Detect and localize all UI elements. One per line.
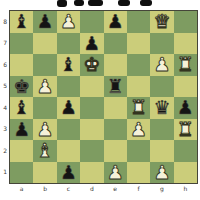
white-pawn-piece[interactable]: ♟ (37, 119, 54, 138)
square-d5[interactable] (80, 76, 103, 98)
square-b4[interactable] (33, 97, 56, 119)
black-rook-piece[interactable]: ♜ (107, 76, 124, 95)
black-pawn-piece[interactable]: ♟ (13, 119, 30, 138)
file-label-a: a (10, 186, 33, 198)
square-b3[interactable]: ♟ (33, 119, 56, 141)
square-a6[interactable] (10, 54, 33, 76)
square-h5[interactable] (174, 76, 197, 98)
square-f4[interactable]: ♜ (127, 97, 150, 119)
captured-piece-stub-1 (57, 0, 67, 7)
square-h6[interactable]: ♜ (174, 54, 197, 76)
square-h4[interactable]: ♟ (174, 97, 197, 119)
square-a1[interactable] (10, 162, 33, 184)
black-pawn-piece[interactable]: ♟ (107, 12, 124, 31)
square-c5[interactable] (57, 76, 80, 98)
square-e2[interactable] (104, 140, 127, 162)
file-labels: abcdefgh (10, 186, 197, 198)
white-queen-piece[interactable]: ♛ (153, 12, 170, 31)
square-a2[interactable] (10, 140, 33, 162)
square-b5[interactable]: ♟ (33, 76, 56, 98)
square-f2[interactable] (127, 140, 150, 162)
square-g5[interactable] (150, 76, 173, 98)
white-pawn-piece[interactable]: ♟ (60, 12, 77, 31)
captured-piece-stub-4 (118, 0, 130, 6)
black-pawn-piece[interactable]: ♟ (60, 162, 77, 181)
square-a7[interactable] (10, 33, 33, 55)
captured-pieces-tray (0, 0, 200, 9)
square-e7[interactable] (104, 33, 127, 55)
square-a3[interactable]: ♟ (10, 119, 33, 141)
captured-piece-stub-3 (88, 0, 103, 6)
square-f1[interactable] (127, 162, 150, 184)
file-label-c: c (57, 186, 80, 198)
white-king-piece[interactable]: ♚ (83, 55, 100, 74)
square-d6[interactable]: ♚ (80, 54, 103, 76)
white-pawn-piece[interactable]: ♟ (130, 119, 147, 138)
black-pawn-piece[interactable]: ♟ (60, 98, 77, 117)
square-g8[interactable]: ♛ (150, 11, 173, 33)
square-e1[interactable]: ♟ (104, 162, 127, 184)
rank-label-2: 2 (0, 140, 8, 162)
square-g1[interactable]: ♟ (150, 162, 173, 184)
white-rook-piece[interactable]: ♜ (130, 98, 147, 117)
square-f3[interactable]: ♟ (127, 119, 150, 141)
square-g6[interactable]: ♟ (150, 54, 173, 76)
white-bishop-piece[interactable]: ♝ (37, 141, 54, 160)
square-a5[interactable]: ♚ (10, 76, 33, 98)
white-pawn-piece[interactable]: ♟ (153, 162, 170, 181)
chess-app-screen: 87654321 ♝♟♟♟♛♟♝♚♟♜♚♟♜♝♟♜♛♟♟♟♟♜♝♟♟♟ abcd… (0, 0, 200, 200)
chess-board[interactable]: ♝♟♟♟♛♟♝♚♟♜♚♟♜♝♟♜♛♟♟♟♟♜♝♟♟♟ (9, 10, 198, 184)
square-b1[interactable] (33, 162, 56, 184)
square-f7[interactable] (127, 33, 150, 55)
square-c6[interactable]: ♝ (57, 54, 80, 76)
square-g2[interactable] (150, 140, 173, 162)
square-a8[interactable]: ♝ (10, 11, 33, 33)
file-label-d: d (80, 186, 103, 198)
square-e8[interactable]: ♟ (104, 11, 127, 33)
black-king-piece[interactable]: ♚ (13, 76, 30, 95)
square-d7[interactable]: ♟ (80, 33, 103, 55)
file-label-g: g (150, 186, 173, 198)
square-c4[interactable]: ♟ (57, 97, 80, 119)
square-b6[interactable] (33, 54, 56, 76)
square-d4[interactable] (80, 97, 103, 119)
square-e3[interactable] (104, 119, 127, 141)
square-c8[interactable]: ♟ (57, 11, 80, 33)
file-label-e: e (104, 186, 127, 198)
square-b8[interactable]: ♟ (33, 11, 56, 33)
square-h3[interactable]: ♜ (174, 119, 197, 141)
white-rook-piece[interactable]: ♜ (177, 119, 194, 138)
file-label-b: b (33, 186, 56, 198)
black-bishop-piece[interactable]: ♝ (13, 12, 30, 31)
file-label-h: h (174, 186, 197, 198)
square-b2[interactable]: ♝ (33, 140, 56, 162)
black-pawn-piece[interactable]: ♟ (177, 98, 194, 117)
white-pawn-piece[interactable]: ♟ (107, 162, 124, 181)
square-c3[interactable] (57, 119, 80, 141)
rank-labels: 87654321 (0, 11, 8, 183)
white-pawn-piece[interactable]: ♟ (153, 55, 170, 74)
square-e6[interactable] (104, 54, 127, 76)
square-f8[interactable] (127, 11, 150, 33)
black-bishop-piece[interactable]: ♝ (60, 55, 77, 74)
square-c2[interactable] (57, 140, 80, 162)
rank-label-1: 1 (0, 162, 8, 184)
rank-label-6: 6 (0, 54, 8, 76)
captured-piece-stub-2 (74, 0, 84, 6)
square-h8[interactable] (174, 11, 197, 33)
rank-label-3: 3 (0, 119, 8, 141)
square-c1[interactable]: ♟ (57, 162, 80, 184)
square-h2[interactable] (174, 140, 197, 162)
black-pawn-piece[interactable]: ♟ (37, 12, 54, 31)
square-d1[interactable] (80, 162, 103, 184)
square-d2[interactable] (80, 140, 103, 162)
square-g7[interactable] (150, 33, 173, 55)
rank-label-7: 7 (0, 33, 8, 55)
square-h1[interactable] (174, 162, 197, 184)
square-a4[interactable]: ♝ (10, 97, 33, 119)
square-f5[interactable] (127, 76, 150, 98)
square-f6[interactable] (127, 54, 150, 76)
rank-label-5: 5 (0, 76, 8, 98)
captured-piece-stub-5 (140, 0, 152, 6)
square-h7[interactable] (174, 33, 197, 55)
white-pawn-piece[interactable]: ♟ (37, 76, 54, 95)
rank-label-4: 4 (0, 97, 8, 119)
square-b7[interactable] (33, 33, 56, 55)
black-pawn-piece[interactable]: ♟ (83, 33, 100, 52)
square-g4[interactable]: ♛ (150, 97, 173, 119)
white-rook-piece[interactable]: ♜ (177, 55, 194, 74)
square-c7[interactable] (57, 33, 80, 55)
square-d3[interactable] (80, 119, 103, 141)
black-queen-piece[interactable]: ♛ (153, 98, 170, 117)
black-bishop-piece[interactable]: ♝ (13, 98, 30, 117)
square-g3[interactable] (150, 119, 173, 141)
square-e4[interactable] (104, 97, 127, 119)
square-e5[interactable]: ♜ (104, 76, 127, 98)
square-d8[interactable] (80, 11, 103, 33)
rank-label-8: 8 (0, 11, 8, 33)
file-label-f: f (127, 186, 150, 198)
